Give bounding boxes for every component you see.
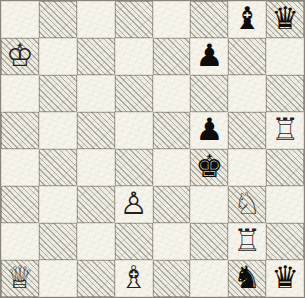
square-h3 bbox=[266, 186, 304, 223]
square-d7 bbox=[115, 38, 153, 75]
square-d4 bbox=[115, 149, 153, 186]
square-h1: ♛ bbox=[266, 260, 304, 297]
square-e8 bbox=[153, 1, 191, 38]
square-e1 bbox=[153, 260, 191, 297]
square-c4 bbox=[77, 149, 115, 186]
square-f5: ♟ bbox=[190, 112, 228, 149]
square-a2 bbox=[1, 223, 39, 260]
square-g3: ♘ bbox=[228, 186, 266, 223]
square-e5 bbox=[153, 112, 191, 149]
square-c6 bbox=[77, 75, 115, 112]
square-d6 bbox=[115, 75, 153, 112]
piece-black-bishop-g8: ♝ bbox=[233, 3, 261, 34]
square-g6 bbox=[228, 75, 266, 112]
square-b7 bbox=[39, 38, 77, 75]
square-d5 bbox=[115, 112, 153, 149]
piece-black-pawn-f7: ♟ bbox=[195, 40, 223, 71]
chess-diagram: ♝♛♔♟♟♖♚♙♘♖♕♗♞♛ bbox=[0, 0, 305, 298]
square-b8 bbox=[39, 1, 77, 38]
square-f2 bbox=[190, 223, 228, 260]
square-c7 bbox=[77, 38, 115, 75]
square-c8 bbox=[77, 1, 115, 38]
square-a5 bbox=[1, 112, 39, 149]
piece-black-queen-h1: ♛ bbox=[271, 262, 299, 293]
piece-black-king-f4: ♚ bbox=[195, 151, 223, 182]
square-h4 bbox=[266, 149, 304, 186]
piece-black-knight-g1: ♞ bbox=[233, 262, 261, 293]
square-c5 bbox=[77, 112, 115, 149]
square-a8 bbox=[1, 1, 39, 38]
square-f6 bbox=[190, 75, 228, 112]
square-a6 bbox=[1, 75, 39, 112]
square-b3 bbox=[39, 186, 77, 223]
square-f7: ♟ bbox=[190, 38, 228, 75]
square-g7 bbox=[228, 38, 266, 75]
chess-board: ♝♛♔♟♟♖♚♙♘♖♕♗♞♛ bbox=[0, 0, 305, 298]
piece-white-pawn-d3: ♙ bbox=[120, 188, 148, 219]
square-e4 bbox=[153, 149, 191, 186]
square-g8: ♝ bbox=[228, 1, 266, 38]
square-a4 bbox=[1, 149, 39, 186]
square-b5 bbox=[39, 112, 77, 149]
piece-white-bishop-d1: ♗ bbox=[120, 262, 148, 293]
square-b2 bbox=[39, 223, 77, 260]
square-f1 bbox=[190, 260, 228, 297]
piece-white-knight-g3: ♘ bbox=[233, 188, 261, 219]
square-e3 bbox=[153, 186, 191, 223]
square-h8: ♛ bbox=[266, 1, 304, 38]
square-b1 bbox=[39, 260, 77, 297]
piece-black-queen-h8: ♛ bbox=[271, 3, 299, 34]
piece-white-rook-g2: ♖ bbox=[233, 225, 261, 256]
piece-white-king-a7: ♔ bbox=[6, 40, 34, 71]
square-e7 bbox=[153, 38, 191, 75]
square-c1 bbox=[77, 260, 115, 297]
square-c2 bbox=[77, 223, 115, 260]
square-e2 bbox=[153, 223, 191, 260]
square-h6 bbox=[266, 75, 304, 112]
square-a3 bbox=[1, 186, 39, 223]
square-a1: ♕ bbox=[1, 260, 39, 297]
square-d3: ♙ bbox=[115, 186, 153, 223]
square-g4 bbox=[228, 149, 266, 186]
square-b6 bbox=[39, 75, 77, 112]
square-h7 bbox=[266, 38, 304, 75]
square-d8 bbox=[115, 1, 153, 38]
square-h5: ♖ bbox=[266, 112, 304, 149]
square-h2 bbox=[266, 223, 304, 260]
piece-white-rook-h5: ♖ bbox=[271, 114, 299, 145]
square-f3 bbox=[190, 186, 228, 223]
square-g1: ♞ bbox=[228, 260, 266, 297]
square-c3 bbox=[77, 186, 115, 223]
square-a7: ♔ bbox=[1, 38, 39, 75]
square-d2 bbox=[115, 223, 153, 260]
piece-black-pawn-f5: ♟ bbox=[195, 114, 223, 145]
square-e6 bbox=[153, 75, 191, 112]
square-g5 bbox=[228, 112, 266, 149]
square-f8 bbox=[190, 1, 228, 38]
square-b4 bbox=[39, 149, 77, 186]
square-f4: ♚ bbox=[190, 149, 228, 186]
square-g2: ♖ bbox=[228, 223, 266, 260]
piece-white-queen-a1: ♕ bbox=[6, 262, 34, 293]
square-d1: ♗ bbox=[115, 260, 153, 297]
